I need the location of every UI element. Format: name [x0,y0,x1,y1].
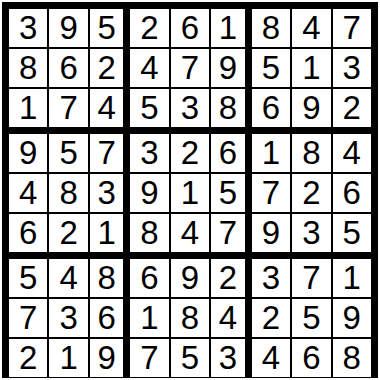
sudoku-cell-r3c4[interactable]: 5 [130,89,168,132]
sudoku-cell-r9c8[interactable]: 6 [292,339,330,377]
sudoku-cell-r8c2[interactable]: 3 [49,299,87,337]
sudoku-cell-r8c1[interactable]: 7 [9,299,47,337]
sudoku-cell-r7c5[interactable]: 9 [171,259,209,297]
sudoku-cell-r4c1[interactable]: 9 [9,134,47,172]
sudoku-cell-r8c8[interactable]: 5 [292,299,330,337]
sudoku-cell-r9c4[interactable]: 7 [130,339,168,377]
sudoku-cell-r5c1[interactable]: 4 [9,174,47,212]
sudoku-cell-r5c2[interactable]: 8 [49,174,87,212]
sudoku-cell-r1c5[interactable]: 6 [171,9,209,47]
sudoku-cell-r3c9[interactable]: 2 [333,89,371,132]
sudoku-cell-r7c8[interactable]: 7 [292,259,330,297]
sudoku-cell-r1c8[interactable]: 4 [292,9,330,47]
sudoku-cell-r5c5[interactable]: 1 [171,174,209,212]
sudoku-cell-r7c7[interactable]: 3 [252,259,290,297]
sudoku-cell-r5c7[interactable]: 7 [252,174,290,212]
sudoku-cell-r5c6[interactable]: 5 [211,174,249,212]
sudoku-cell-r7c9[interactable]: 1 [333,259,371,297]
sudoku-cell-r4c8[interactable]: 8 [292,134,330,172]
sudoku-cell-r6c5[interactable]: 4 [171,214,209,257]
sudoku-cell-r5c3[interactable]: 3 [90,174,128,212]
sudoku-cell-r6c3[interactable]: 1 [90,214,128,257]
sudoku-cell-r4c7[interactable]: 1 [252,134,290,172]
sudoku-cell-r5c9[interactable]: 6 [333,174,371,212]
sudoku-cell-r5c8[interactable]: 2 [292,174,330,212]
sudoku-cell-r7c3[interactable]: 8 [90,259,128,297]
sudoku-cell-r3c6[interactable]: 8 [211,89,249,132]
sudoku-cell-r6c9[interactable]: 5 [333,214,371,257]
sudoku-cell-r7c2[interactable]: 4 [49,259,87,297]
sudoku-cell-r4c3[interactable]: 7 [90,134,128,172]
sudoku-cell-r8c9[interactable]: 9 [333,299,371,337]
sudoku-cell-r1c9[interactable]: 7 [333,9,371,47]
sudoku-cell-r2c9[interactable]: 3 [333,49,371,87]
sudoku-cell-r1c2[interactable]: 9 [49,9,87,47]
sudoku-cell-r6c8[interactable]: 3 [292,214,330,257]
sudoku-cell-r4c5[interactable]: 2 [171,134,209,172]
sudoku-cell-r7c6[interactable]: 2 [211,259,249,297]
sudoku-cell-r2c5[interactable]: 7 [171,49,209,87]
sudoku-cell-r7c4[interactable]: 6 [130,259,168,297]
sudoku-cell-r4c6[interactable]: 6 [211,134,249,172]
sudoku-cell-r1c1[interactable]: 3 [9,9,47,47]
sudoku-cell-r9c2[interactable]: 1 [49,339,87,377]
sudoku-cell-r3c1[interactable]: 1 [9,89,47,132]
sudoku-board: 3952618478624795131745386929573261844839… [2,2,378,378]
sudoku-cell-r4c4[interactable]: 3 [130,134,168,172]
sudoku-cell-r1c7[interactable]: 8 [252,9,290,47]
sudoku-cell-r6c2[interactable]: 2 [49,214,87,257]
sudoku-cell-r2c7[interactable]: 5 [252,49,290,87]
sudoku-cell-r6c6[interactable]: 7 [211,214,249,257]
sudoku-cell-r7c1[interactable]: 5 [9,259,47,297]
sudoku-cell-r3c8[interactable]: 9 [292,89,330,132]
sudoku-cell-r3c5[interactable]: 3 [171,89,209,132]
sudoku-cell-r2c3[interactable]: 2 [90,49,128,87]
sudoku-cell-r9c5[interactable]: 5 [171,339,209,377]
sudoku-cell-r1c3[interactable]: 5 [90,9,128,47]
sudoku-cell-r1c4[interactable]: 2 [130,9,168,47]
sudoku-cell-r6c1[interactable]: 6 [9,214,47,257]
sudoku-cell-r8c4[interactable]: 1 [130,299,168,337]
sudoku-cell-r9c6[interactable]: 3 [211,339,249,377]
sudoku-cell-r8c6[interactable]: 4 [211,299,249,337]
sudoku-cell-r9c7[interactable]: 4 [252,339,290,377]
sudoku-cell-r2c4[interactable]: 4 [130,49,168,87]
sudoku-cell-r4c9[interactable]: 4 [333,134,371,172]
sudoku-cell-r8c3[interactable]: 6 [90,299,128,337]
sudoku-cell-r9c1[interactable]: 2 [9,339,47,377]
sudoku-cell-r2c8[interactable]: 1 [292,49,330,87]
sudoku-cell-r2c2[interactable]: 6 [49,49,87,87]
sudoku-cell-r3c2[interactable]: 7 [49,89,87,132]
sudoku-cell-r8c5[interactable]: 8 [171,299,209,337]
sudoku-cell-r3c3[interactable]: 4 [90,89,128,132]
sudoku-cell-r3c7[interactable]: 6 [252,89,290,132]
sudoku-cell-r9c3[interactable]: 9 [90,339,128,377]
sudoku-cell-r6c4[interactable]: 8 [130,214,168,257]
sudoku-page: 3952618478624795131745386929573261844839… [0,0,380,380]
sudoku-cell-r4c2[interactable]: 5 [49,134,87,172]
sudoku-cell-r2c1[interactable]: 8 [9,49,47,87]
sudoku-cell-r8c7[interactable]: 2 [252,299,290,337]
sudoku-cell-r2c6[interactable]: 9 [211,49,249,87]
sudoku-cell-r6c7[interactable]: 9 [252,214,290,257]
sudoku-cell-r1c6[interactable]: 1 [211,9,249,47]
sudoku-cell-r5c4[interactable]: 9 [130,174,168,212]
sudoku-cell-r9c9[interactable]: 8 [333,339,371,377]
